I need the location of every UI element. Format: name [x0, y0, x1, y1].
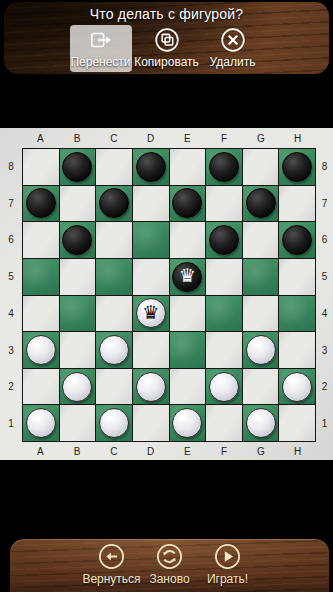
- square-h4[interactable]: [279, 296, 315, 332]
- square-h8[interactable]: [279, 149, 315, 185]
- square-f2[interactable]: [206, 369, 242, 405]
- file-label-f: F: [206, 442, 243, 460]
- rank-label-1: 1: [316, 405, 333, 442]
- delete-button-label: Удалить: [210, 55, 256, 69]
- square-h5[interactable]: [279, 259, 315, 295]
- checkers-board-panel: ABCDEFGH 87654321 87654321 ABCDEFGH ♛♛: [0, 128, 333, 460]
- rank-label-8: 8: [316, 148, 333, 185]
- piece-white-man-c1[interactable]: [99, 408, 129, 438]
- square-b2[interactable]: [60, 369, 96, 405]
- square-b3[interactable]: [60, 332, 96, 368]
- file-label-c: C: [96, 442, 133, 460]
- square-a7[interactable]: [23, 186, 59, 222]
- file-label-h: H: [279, 128, 316, 148]
- back-button[interactable]: Вернуться: [85, 543, 139, 586]
- square-d4[interactable]: ♛: [133, 296, 169, 332]
- file-label-a: A: [22, 128, 59, 148]
- piece-black-man-b8[interactable]: [62, 152, 92, 182]
- square-b4[interactable]: [60, 296, 96, 332]
- piece-white-man-d2[interactable]: [136, 372, 166, 402]
- rank-label-2: 2: [0, 369, 22, 406]
- square-a3[interactable]: [23, 332, 59, 368]
- file-label-a: A: [22, 442, 59, 460]
- square-e8[interactable]: [170, 149, 206, 185]
- square-g8[interactable]: [243, 149, 279, 185]
- piece-black-man-b6[interactable]: [62, 225, 92, 255]
- square-c1[interactable]: [96, 405, 132, 441]
- square-g3[interactable]: [243, 332, 279, 368]
- bottom-actions: Вернуться Заново Играть!: [10, 539, 329, 586]
- square-e7[interactable]: [170, 186, 206, 222]
- square-c5[interactable]: [96, 259, 132, 295]
- king-crown-icon: ♛: [179, 266, 196, 285]
- square-f8[interactable]: [206, 149, 242, 185]
- piece-white-king-d4[interactable]: ♛: [136, 298, 166, 328]
- file-label-h: H: [279, 442, 316, 460]
- square-g7[interactable]: [243, 186, 279, 222]
- square-a6[interactable]: [23, 222, 59, 258]
- square-f6[interactable]: [206, 222, 242, 258]
- square-b5[interactable]: [60, 259, 96, 295]
- square-g4[interactable]: [243, 296, 279, 332]
- piece-white-man-a3[interactable]: [26, 335, 56, 365]
- copy-icon: [154, 27, 180, 53]
- square-e3[interactable]: [170, 332, 206, 368]
- rank-label-4: 4: [316, 295, 333, 332]
- rank-labels-left: 87654321: [0, 148, 22, 442]
- piece-white-man-c3[interactable]: [99, 335, 129, 365]
- square-f3[interactable]: [206, 332, 242, 368]
- square-f7[interactable]: [206, 186, 242, 222]
- move-button[interactable]: Перенести: [70, 25, 132, 72]
- file-label-d: D: [132, 442, 169, 460]
- file-label-b: B: [59, 442, 96, 460]
- square-h1[interactable]: [279, 405, 315, 441]
- dialog-actions: Перенести Копировать Удалить: [4, 25, 329, 72]
- piece-white-man-b2[interactable]: [62, 372, 92, 402]
- square-a2[interactable]: [23, 369, 59, 405]
- square-e6[interactable]: [170, 222, 206, 258]
- move-icon: [88, 27, 114, 53]
- piece-black-man-e7[interactable]: [172, 188, 202, 218]
- square-e4[interactable]: [170, 296, 206, 332]
- square-g5[interactable]: [243, 259, 279, 295]
- dialog-title: Что делать с фигурой?: [4, 6, 329, 22]
- piece-white-man-g1[interactable]: [246, 408, 276, 438]
- piece-black-king-e5[interactable]: ♛: [172, 262, 202, 292]
- square-h7[interactable]: [279, 186, 315, 222]
- file-label-c: C: [96, 128, 133, 148]
- file-label-d: D: [132, 128, 169, 148]
- rank-label-8: 8: [0, 148, 22, 185]
- play-button[interactable]: Играть!: [201, 543, 255, 586]
- file-label-f: F: [206, 128, 243, 148]
- square-b6[interactable]: [60, 222, 96, 258]
- restart-button[interactable]: Заново: [143, 543, 197, 586]
- file-labels-top: ABCDEFGH: [22, 128, 316, 148]
- square-a4[interactable]: [23, 296, 59, 332]
- square-h6[interactable]: [279, 222, 315, 258]
- rank-label-2: 2: [316, 369, 333, 406]
- square-e2[interactable]: [170, 369, 206, 405]
- file-label-e: E: [169, 128, 206, 148]
- piece-white-man-f2[interactable]: [209, 372, 239, 402]
- piece-black-man-h8[interactable]: [282, 152, 312, 182]
- piece-white-man-e1[interactable]: [172, 408, 202, 438]
- square-e5[interactable]: ♛: [170, 259, 206, 295]
- file-label-g: G: [243, 442, 280, 460]
- file-label-g: G: [243, 128, 280, 148]
- square-e1[interactable]: [170, 405, 206, 441]
- square-d7[interactable]: [133, 186, 169, 222]
- file-labels-bottom: ABCDEFGH: [22, 442, 316, 460]
- rank-labels-right: 87654321: [316, 148, 333, 442]
- square-g2[interactable]: [243, 369, 279, 405]
- square-d6[interactable]: [133, 222, 169, 258]
- rank-label-5: 5: [0, 258, 22, 295]
- file-label-e: E: [169, 442, 206, 460]
- square-f4[interactable]: [206, 296, 242, 332]
- rank-label-1: 1: [0, 405, 22, 442]
- rank-label-3: 3: [0, 332, 22, 369]
- copy-button[interactable]: Копировать: [136, 25, 198, 72]
- square-d3[interactable]: [133, 332, 169, 368]
- rank-label-3: 3: [316, 332, 333, 369]
- square-h3[interactable]: [279, 332, 315, 368]
- delete-button[interactable]: Удалить: [202, 25, 264, 72]
- rank-label-5: 5: [316, 258, 333, 295]
- piece-black-man-d8[interactable]: [136, 152, 166, 182]
- piece-black-man-a7[interactable]: [26, 188, 56, 218]
- copy-button-label: Копировать: [134, 55, 199, 69]
- square-c4[interactable]: [96, 296, 132, 332]
- square-g6[interactable]: [243, 222, 279, 258]
- square-a1[interactable]: [23, 405, 59, 441]
- board-grid: ♛♛: [22, 148, 316, 442]
- square-c3[interactable]: [96, 332, 132, 368]
- rank-label-6: 6: [316, 222, 333, 259]
- piece-black-man-h6[interactable]: [282, 225, 312, 255]
- restart-icon: [156, 543, 183, 570]
- piece-black-man-g7[interactable]: [246, 188, 276, 218]
- back-button-label: Вернуться: [82, 572, 140, 586]
- square-a8[interactable]: [23, 149, 59, 185]
- rank-label-7: 7: [316, 185, 333, 222]
- piece-black-man-f6[interactable]: [209, 225, 239, 255]
- square-c7[interactable]: [96, 186, 132, 222]
- square-b8[interactable]: [60, 149, 96, 185]
- square-c6[interactable]: [96, 222, 132, 258]
- square-f1[interactable]: [206, 405, 242, 441]
- file-label-b: B: [59, 128, 96, 148]
- delete-icon: [220, 27, 246, 53]
- back-icon: [98, 543, 125, 570]
- piece-action-dialog: Что делать с фигурой? Перенести Копирова…: [4, 2, 329, 74]
- square-d2[interactable]: [133, 369, 169, 405]
- play-button-label: Играть!: [207, 572, 248, 586]
- piece-white-man-a1[interactable]: [26, 408, 56, 438]
- bottom-nav-bar: Вернуться Заново Играть!: [10, 539, 329, 592]
- square-g1[interactable]: [243, 405, 279, 441]
- square-f5[interactable]: [206, 259, 242, 295]
- rank-label-7: 7: [0, 185, 22, 222]
- rank-label-6: 6: [0, 222, 22, 259]
- piece-white-man-h2[interactable]: [282, 372, 312, 402]
- square-c8[interactable]: [96, 149, 132, 185]
- square-h2[interactable]: [279, 369, 315, 405]
- restart-button-label: Заново: [149, 572, 189, 586]
- square-d5[interactable]: [133, 259, 169, 295]
- square-b1[interactable]: [60, 405, 96, 441]
- square-c2[interactable]: [96, 369, 132, 405]
- square-b7[interactable]: [60, 186, 96, 222]
- piece-white-man-g3[interactable]: [246, 335, 276, 365]
- square-d1[interactable]: [133, 405, 169, 441]
- move-button-label: Перенести: [70, 55, 130, 69]
- rank-label-4: 4: [0, 295, 22, 332]
- piece-black-man-c7[interactable]: [99, 188, 129, 218]
- piece-black-man-f8[interactable]: [209, 152, 239, 182]
- play-icon: [214, 543, 241, 570]
- king-crown-icon: ♛: [142, 303, 159, 322]
- square-a5[interactable]: [23, 259, 59, 295]
- square-d8[interactable]: [133, 149, 169, 185]
